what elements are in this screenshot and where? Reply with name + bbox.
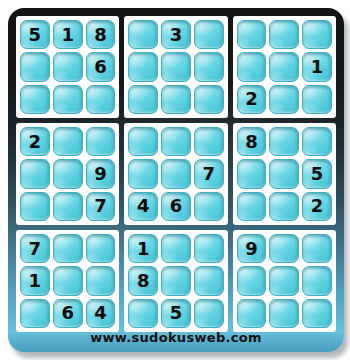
sudoku-cell-r6c8[interactable]	[269, 192, 299, 221]
sudoku-cell-r4c3[interactable]	[86, 127, 116, 156]
sudoku-box-4: 297	[16, 123, 119, 225]
sudoku-cell-r2c5[interactable]	[161, 52, 191, 81]
sudoku-cell-r6c5[interactable]: 6	[161, 192, 191, 221]
given-digit: 2	[29, 133, 42, 151]
given-digit: 3	[170, 26, 183, 44]
given-digit: 6	[170, 197, 183, 215]
sudoku-cell-r9c8[interactable]	[269, 299, 299, 328]
website-url[interactable]: www.sudokusweb.com	[8, 329, 344, 347]
sudoku-cell-r5c7[interactable]	[237, 159, 267, 188]
sudoku-cell-r8c1[interactable]: 1	[20, 266, 50, 295]
sudoku-cell-r4c4[interactable]	[128, 127, 158, 156]
sudoku-cell-r8c8[interactable]	[269, 266, 299, 295]
given-digit: 2	[245, 90, 258, 108]
sudoku-cell-r7c3[interactable]	[86, 234, 116, 263]
sudoku-cell-r4c1[interactable]: 2	[20, 127, 50, 156]
given-digit: 8	[245, 133, 258, 151]
sudoku-cell-r5c5[interactable]	[161, 159, 191, 188]
sudoku-cell-r5c8[interactable]	[269, 159, 299, 188]
given-digit: 7	[202, 165, 215, 183]
given-digit: 1	[137, 240, 150, 258]
given-digit: 9	[94, 165, 107, 183]
sudoku-cell-r4c5[interactable]	[161, 127, 191, 156]
sudoku-cell-r2c6[interactable]	[194, 52, 224, 81]
given-digit: 7	[29, 240, 42, 258]
sudoku-cell-r9c9[interactable]	[302, 299, 332, 328]
sudoku-cell-r4c6[interactable]	[194, 127, 224, 156]
sudoku-cell-r6c2[interactable]	[53, 192, 83, 221]
given-digit: 5	[29, 26, 42, 44]
sudoku-cell-r8c2[interactable]	[53, 266, 83, 295]
sudoku-box-8: 185	[124, 230, 227, 332]
sudoku-cell-r4c9[interactable]	[302, 127, 332, 156]
sudoku-cell-r5c9[interactable]: 5	[302, 159, 332, 188]
sudoku-cell-r7c2[interactable]	[53, 234, 83, 263]
sudoku-cell-r7c8[interactable]	[269, 234, 299, 263]
sudoku-cell-r5c3[interactable]: 9	[86, 159, 116, 188]
sudoku-cell-r3c9[interactable]	[302, 85, 332, 114]
given-digit: 8	[94, 26, 107, 44]
sudoku-cell-r1c3[interactable]: 8	[86, 20, 116, 49]
sudoku-cell-r1c2[interactable]: 1	[53, 20, 83, 49]
sudoku-cell-r8c9[interactable]	[302, 266, 332, 295]
sudoku-cell-r5c4[interactable]	[128, 159, 158, 188]
sudoku-cell-r1c7[interactable]	[237, 20, 267, 49]
sudoku-cell-r9c1[interactable]	[20, 299, 50, 328]
sudoku-cell-r3c3[interactable]	[86, 85, 116, 114]
sudoku-cell-r2c8[interactable]	[269, 52, 299, 81]
sudoku-cell-r8c5[interactable]	[161, 266, 191, 295]
page: 518631229774685271641859 www.sudokusweb.…	[0, 0, 350, 360]
given-digit: 5	[170, 304, 183, 322]
given-digit: 1	[29, 272, 42, 290]
sudoku-cell-r1c5[interactable]: 3	[161, 20, 191, 49]
sudoku-box-3: 12	[233, 16, 336, 118]
sudoku-cell-r9c4[interactable]	[128, 299, 158, 328]
sudoku-cell-r1c8[interactable]	[269, 20, 299, 49]
sudoku-cell-r4c7[interactable]: 8	[237, 127, 267, 156]
sudoku-cell-r9c2[interactable]: 6	[53, 299, 83, 328]
sudoku-cell-r6c9[interactable]: 2	[302, 192, 332, 221]
sudoku-cell-r3c6[interactable]	[194, 85, 224, 114]
sudoku-cell-r6c4[interactable]: 4	[128, 192, 158, 221]
sudoku-cell-r1c6[interactable]	[194, 20, 224, 49]
sudoku-cell-r5c1[interactable]	[20, 159, 50, 188]
sudoku-cell-r6c7[interactable]	[237, 192, 267, 221]
sudoku-box-6: 852	[233, 123, 336, 225]
sudoku-cell-r3c1[interactable]	[20, 85, 50, 114]
given-digit: 6	[94, 58, 107, 76]
sudoku-grid: 518631229774685271641859	[16, 16, 336, 332]
given-digit: 4	[137, 197, 150, 215]
sudoku-cell-r7c7[interactable]: 9	[237, 234, 267, 263]
sudoku-cell-r2c3[interactable]: 6	[86, 52, 116, 81]
given-digit: 1	[311, 58, 324, 76]
given-digit: 1	[61, 26, 74, 44]
sudoku-cell-r9c3[interactable]: 4	[86, 299, 116, 328]
sudoku-box-2: 3	[124, 16, 227, 118]
sudoku-cell-r7c6[interactable]	[194, 234, 224, 263]
sudoku-cell-r3c5[interactable]	[161, 85, 191, 114]
sudoku-cell-r9c6[interactable]	[194, 299, 224, 328]
sudoku-cell-r6c6[interactable]	[194, 192, 224, 221]
sudoku-cell-r1c4[interactable]	[128, 20, 158, 49]
sudoku-cell-r3c7[interactable]: 2	[237, 85, 267, 114]
sudoku-cell-r3c8[interactable]	[269, 85, 299, 114]
given-digit: 9	[245, 240, 258, 258]
sudoku-cell-r3c4[interactable]	[128, 85, 158, 114]
sudoku-cell-r8c7[interactable]	[237, 266, 267, 295]
sudoku-cell-r7c5[interactable]	[161, 234, 191, 263]
sudoku-cell-r5c2[interactable]	[53, 159, 83, 188]
sudoku-cell-r2c1[interactable]	[20, 52, 50, 81]
sudoku-cell-r8c6[interactable]	[194, 266, 224, 295]
sudoku-cell-r5c6[interactable]: 7	[194, 159, 224, 188]
sudoku-box-7: 7164	[16, 230, 119, 332]
given-digit: 7	[94, 197, 107, 215]
sudoku-box-1: 5186	[16, 16, 119, 118]
given-digit: 6	[61, 304, 74, 322]
sudoku-cell-r4c8[interactable]	[269, 127, 299, 156]
sudoku-cell-r8c4[interactable]: 8	[128, 266, 158, 295]
given-digit: 5	[311, 165, 324, 183]
sudoku-cell-r6c3[interactable]: 7	[86, 192, 116, 221]
sudoku-cell-r1c1[interactable]: 5	[20, 20, 50, 49]
sudoku-cell-r4c2[interactable]	[53, 127, 83, 156]
sudoku-cell-r2c4[interactable]	[128, 52, 158, 81]
sudoku-board-frame: 518631229774685271641859 www.sudokusweb.…	[8, 8, 344, 352]
sudoku-box-5: 746	[124, 123, 227, 225]
sudoku-cell-r6c1[interactable]	[20, 192, 50, 221]
sudoku-cell-r7c1[interactable]: 7	[20, 234, 50, 263]
sudoku-cell-r9c7[interactable]	[237, 299, 267, 328]
sudoku-cell-r7c4[interactable]: 1	[128, 234, 158, 263]
sudoku-cell-r2c9[interactable]: 1	[302, 52, 332, 81]
given-digit: 8	[137, 272, 150, 290]
sudoku-cell-r8c3[interactable]	[86, 266, 116, 295]
sudoku-cell-r9c5[interactable]: 5	[161, 299, 191, 328]
given-digit: 2	[311, 197, 324, 215]
sudoku-cell-r1c9[interactable]	[302, 20, 332, 49]
sudoku-cell-r2c7[interactable]	[237, 52, 267, 81]
sudoku-cell-r3c2[interactable]	[53, 85, 83, 114]
given-digit: 4	[94, 304, 107, 322]
sudoku-cell-r2c2[interactable]	[53, 52, 83, 81]
sudoku-box-9: 9	[233, 230, 336, 332]
sudoku-cell-r7c9[interactable]	[302, 234, 332, 263]
